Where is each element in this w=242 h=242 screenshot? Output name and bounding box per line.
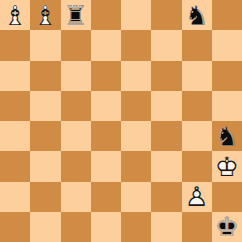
square-a2[interactable] xyxy=(0,182,30,212)
square-a1[interactable] xyxy=(0,212,30,242)
square-d8[interactable] xyxy=(91,0,121,30)
square-b2[interactable] xyxy=(30,182,60,212)
square-g2[interactable]: ♟♙ xyxy=(182,182,212,212)
square-d4[interactable] xyxy=(91,121,121,151)
black-rook-outline-glyph: ♖ xyxy=(61,0,91,30)
black-rook-c8[interactable]: ♜♖ xyxy=(61,0,91,30)
square-f2[interactable] xyxy=(151,182,181,212)
square-e5[interactable] xyxy=(121,91,151,121)
square-h6[interactable] xyxy=(212,61,242,91)
square-f7[interactable] xyxy=(151,30,181,60)
square-g3[interactable] xyxy=(182,151,212,181)
black-king-h1[interactable]: ♚♔ xyxy=(212,212,242,242)
square-a4[interactable] xyxy=(0,121,30,151)
white-bishop-outline-glyph: ♗ xyxy=(0,0,30,30)
square-b8[interactable]: ♝♗ xyxy=(30,0,60,30)
square-c4[interactable] xyxy=(61,121,91,151)
square-b1[interactable] xyxy=(30,212,60,242)
square-h7[interactable] xyxy=(212,30,242,60)
square-e6[interactable] xyxy=(121,61,151,91)
square-f1[interactable] xyxy=(151,212,181,242)
square-g6[interactable] xyxy=(182,61,212,91)
square-h2[interactable] xyxy=(212,182,242,212)
square-d6[interactable] xyxy=(91,61,121,91)
square-f4[interactable] xyxy=(151,121,181,151)
white-king-h3[interactable]: ♚♔ xyxy=(212,151,242,181)
square-g1[interactable] xyxy=(182,212,212,242)
white-bishop-outline-glyph: ♗ xyxy=(30,0,60,30)
square-g4[interactable] xyxy=(182,121,212,151)
square-b5[interactable] xyxy=(30,91,60,121)
white-pawn-outline-glyph: ♙ xyxy=(182,182,212,212)
square-h4[interactable]: ♞♘ xyxy=(212,121,242,151)
chess-board: ♝♗♝♗♜♖♞♘♞♘♚♔♟♙♚♔ xyxy=(0,0,242,242)
square-g7[interactable] xyxy=(182,30,212,60)
white-bishop-a8[interactable]: ♝♗ xyxy=(0,0,30,30)
square-h3[interactable]: ♚♔ xyxy=(212,151,242,181)
square-f5[interactable] xyxy=(151,91,181,121)
square-e2[interactable] xyxy=(121,182,151,212)
square-a8[interactable]: ♝♗ xyxy=(0,0,30,30)
black-knight-h4[interactable]: ♞♘ xyxy=(212,121,242,151)
square-d7[interactable] xyxy=(91,30,121,60)
square-h1[interactable]: ♚♔ xyxy=(212,212,242,242)
square-c8[interactable]: ♜♖ xyxy=(61,0,91,30)
square-c3[interactable] xyxy=(61,151,91,181)
square-e4[interactable] xyxy=(121,121,151,151)
black-king-outline-glyph: ♔ xyxy=(212,212,242,242)
square-b3[interactable] xyxy=(30,151,60,181)
square-h8[interactable] xyxy=(212,0,242,30)
white-pawn-g2[interactable]: ♟♙ xyxy=(182,182,212,212)
square-a6[interactable] xyxy=(0,61,30,91)
square-e8[interactable] xyxy=(121,0,151,30)
square-d5[interactable] xyxy=(91,91,121,121)
square-c5[interactable] xyxy=(61,91,91,121)
square-d1[interactable] xyxy=(91,212,121,242)
square-c1[interactable] xyxy=(61,212,91,242)
square-a5[interactable] xyxy=(0,91,30,121)
square-b6[interactable] xyxy=(30,61,60,91)
square-g8[interactable]: ♞♘ xyxy=(182,0,212,30)
white-bishop-b8[interactable]: ♝♗ xyxy=(30,0,60,30)
square-b4[interactable] xyxy=(30,121,60,151)
black-knight-outline-glyph: ♘ xyxy=(212,121,242,151)
square-b7[interactable] xyxy=(30,30,60,60)
white-king-outline-glyph: ♔ xyxy=(212,151,242,181)
black-knight-outline-glyph: ♘ xyxy=(182,0,212,30)
square-a3[interactable] xyxy=(0,151,30,181)
square-e7[interactable] xyxy=(121,30,151,60)
square-h5[interactable] xyxy=(212,91,242,121)
square-f3[interactable] xyxy=(151,151,181,181)
square-f6[interactable] xyxy=(151,61,181,91)
black-knight-g8[interactable]: ♞♘ xyxy=(182,0,212,30)
square-g5[interactable] xyxy=(182,91,212,121)
square-d3[interactable] xyxy=(91,151,121,181)
square-c6[interactable] xyxy=(61,61,91,91)
square-d2[interactable] xyxy=(91,182,121,212)
square-a7[interactable] xyxy=(0,30,30,60)
square-c7[interactable] xyxy=(61,30,91,60)
square-f8[interactable] xyxy=(151,0,181,30)
square-c2[interactable] xyxy=(61,182,91,212)
square-e1[interactable] xyxy=(121,212,151,242)
square-e3[interactable] xyxy=(121,151,151,181)
